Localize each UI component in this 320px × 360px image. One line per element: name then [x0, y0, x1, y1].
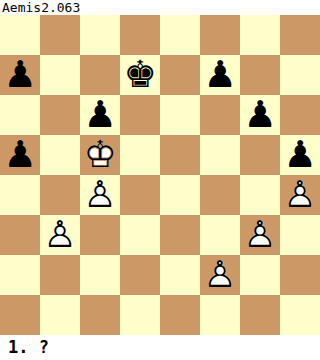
move-prompt: 1. ?: [0, 335, 320, 360]
piece-outline: ♙: [40, 215, 80, 255]
chess-board: ♟♚♟♟♟♟♚♔♟♟♙♟♙♟♙♟♙♟♙: [0, 15, 320, 335]
black-pawn-a7: ♟: [0, 55, 40, 95]
piece-outline: ♙: [240, 215, 280, 255]
square-g6[interactable]: ♟: [240, 95, 280, 135]
white-pawn-b3: ♟♙: [40, 215, 80, 255]
square-a4[interactable]: [0, 175, 40, 215]
square-h6[interactable]: [280, 95, 320, 135]
square-h4[interactable]: ♟♙: [280, 175, 320, 215]
square-h1[interactable]: [280, 295, 320, 335]
piece-outline: ♙: [80, 175, 120, 215]
square-d2[interactable]: [120, 255, 160, 295]
square-e2[interactable]: [160, 255, 200, 295]
square-g8[interactable]: [240, 15, 280, 55]
square-c4[interactable]: ♟♙: [80, 175, 120, 215]
square-e5[interactable]: [160, 135, 200, 175]
square-f7[interactable]: ♟: [200, 55, 240, 95]
square-d3[interactable]: [120, 215, 160, 255]
square-g7[interactable]: [240, 55, 280, 95]
white-pawn-h4: ♟♙: [280, 175, 320, 215]
square-e3[interactable]: [160, 215, 200, 255]
square-a3[interactable]: [0, 215, 40, 255]
white-king-c5: ♚♔: [80, 135, 120, 175]
square-a7[interactable]: ♟: [0, 55, 40, 95]
square-c7[interactable]: [80, 55, 120, 95]
square-h8[interactable]: [280, 15, 320, 55]
square-b2[interactable]: [40, 255, 80, 295]
square-a8[interactable]: [0, 15, 40, 55]
black-pawn-h5: ♟: [280, 135, 320, 175]
square-h3[interactable]: [280, 215, 320, 255]
square-f8[interactable]: [200, 15, 240, 55]
chess-diagram-page: Aemis2.063 ♟♚♟♟♟♟♚♔♟♟♙♟♙♟♙♟♙♟♙ 1. ?: [0, 0, 320, 360]
square-g5[interactable]: [240, 135, 280, 175]
piece-outline: ♙: [200, 255, 240, 295]
square-c8[interactable]: [80, 15, 120, 55]
piece-outline: ♙: [280, 175, 320, 215]
square-e8[interactable]: [160, 15, 200, 55]
square-h7[interactable]: [280, 55, 320, 95]
square-c6[interactable]: ♟: [80, 95, 120, 135]
black-pawn-a5: ♟: [0, 135, 40, 175]
square-b8[interactable]: [40, 15, 80, 55]
square-g4[interactable]: [240, 175, 280, 215]
black-pawn-f7: ♟: [200, 55, 240, 95]
square-f5[interactable]: [200, 135, 240, 175]
square-f6[interactable]: [200, 95, 240, 135]
square-a6[interactable]: [0, 95, 40, 135]
square-b1[interactable]: [40, 295, 80, 335]
square-f1[interactable]: [200, 295, 240, 335]
square-f2[interactable]: ♟♙: [200, 255, 240, 295]
square-b6[interactable]: [40, 95, 80, 135]
square-d6[interactable]: [120, 95, 160, 135]
square-d8[interactable]: [120, 15, 160, 55]
square-e1[interactable]: [160, 295, 200, 335]
square-g2[interactable]: [240, 255, 280, 295]
square-h2[interactable]: [280, 255, 320, 295]
white-pawn-g3: ♟♙: [240, 215, 280, 255]
square-e4[interactable]: [160, 175, 200, 215]
diagram-title: Aemis2.063: [0, 0, 320, 15]
square-a5[interactable]: ♟: [0, 135, 40, 175]
square-c5[interactable]: ♚♔: [80, 135, 120, 175]
square-b5[interactable]: [40, 135, 80, 175]
square-e7[interactable]: [160, 55, 200, 95]
square-b4[interactable]: [40, 175, 80, 215]
square-b3[interactable]: ♟♙: [40, 215, 80, 255]
square-g1[interactable]: [240, 295, 280, 335]
piece-outline: ♔: [80, 135, 120, 175]
square-c2[interactable]: [80, 255, 120, 295]
square-h5[interactable]: ♟: [280, 135, 320, 175]
square-c3[interactable]: [80, 215, 120, 255]
square-f4[interactable]: [200, 175, 240, 215]
square-c1[interactable]: [80, 295, 120, 335]
square-g3[interactable]: ♟♙: [240, 215, 280, 255]
square-d5[interactable]: [120, 135, 160, 175]
white-pawn-f2: ♟♙: [200, 255, 240, 295]
black-king-d7: ♚: [120, 55, 160, 95]
black-pawn-c6: ♟: [80, 95, 120, 135]
square-d1[interactable]: [120, 295, 160, 335]
square-a2[interactable]: [0, 255, 40, 295]
square-e6[interactable]: [160, 95, 200, 135]
black-pawn-g6: ♟: [240, 95, 280, 135]
square-a1[interactable]: [0, 295, 40, 335]
square-b7[interactable]: [40, 55, 80, 95]
square-f3[interactable]: [200, 215, 240, 255]
white-pawn-c4: ♟♙: [80, 175, 120, 215]
square-d7[interactable]: ♚: [120, 55, 160, 95]
square-d4[interactable]: [120, 175, 160, 215]
